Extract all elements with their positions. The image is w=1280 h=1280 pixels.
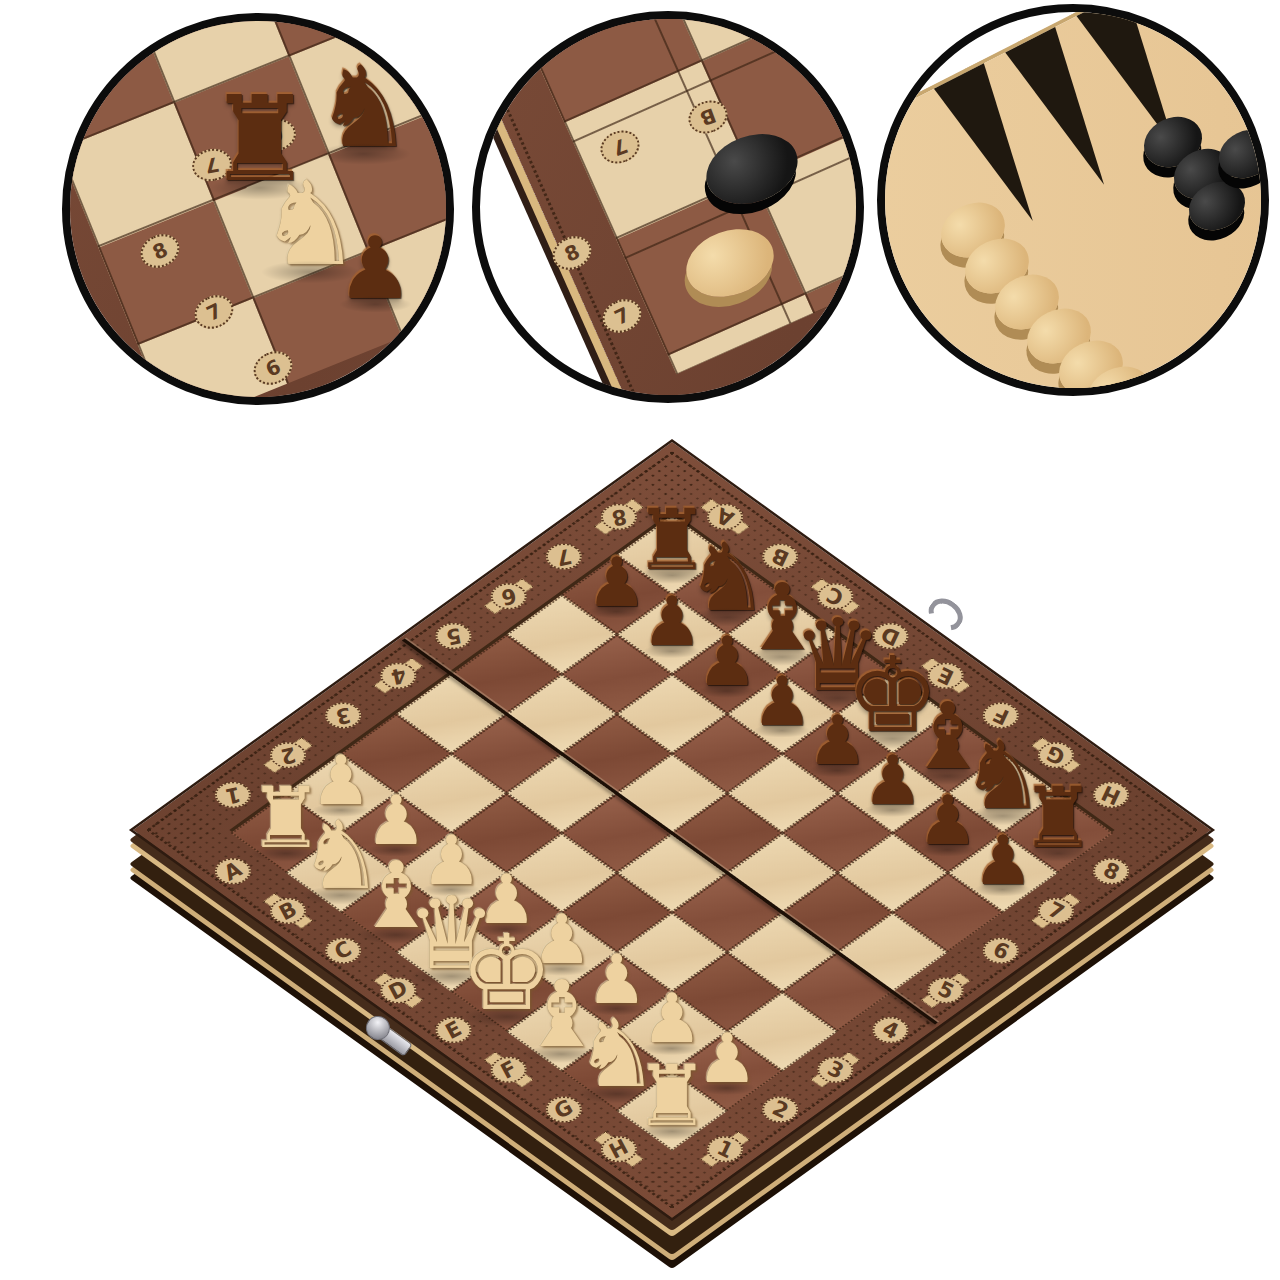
- inset-dark-chess-piece: ♞: [314, 51, 414, 163]
- inset-backgammon: [877, 4, 1269, 396]
- product-photo: 67876♜♞♞♟ B787: [0, 0, 1280, 1280]
- black-pawn-h7[interactable]: ♟: [972, 827, 1033, 895]
- black-pawn-d7[interactable]: ♟: [752, 668, 813, 736]
- black-pawn-c7[interactable]: ♟: [697, 628, 758, 696]
- inset-checkers: B787: [472, 11, 864, 403]
- inset-chess: 67876♜♞♞♟: [62, 13, 454, 405]
- inset-checkers-board: [472, 11, 864, 403]
- inset-checkers-squares: [472, 11, 864, 374]
- white-rook-h1[interactable]: ♜: [634, 1054, 709, 1138]
- inset-dark-chess-piece: ♟: [336, 225, 413, 311]
- black-pawn-b7[interactable]: ♟: [642, 588, 703, 656]
- black-pawn-f7[interactable]: ♟: [862, 747, 923, 815]
- black-pawn-g7[interactable]: ♟: [917, 787, 978, 855]
- black-pawn-e7[interactable]: ♟: [807, 707, 868, 775]
- board-frame-face: ♜♞♝♛♚♝♞♜♟♟♟♟♟♟♟♟♟♟♟♟♟♟♟♟♜♞♝♛♚♝♞♜ 8765432…: [129, 439, 1215, 1221]
- backgammon-point: [1219, 4, 1269, 88]
- board-grid: ♜♞♝♛♚♝♞♜♟♟♟♟♟♟♟♟♟♟♟♟♟♟♟♟♜♞♝♛♚♝♞♜: [235, 515, 1109, 1144]
- black-pawn-a7[interactable]: ♟: [586, 549, 647, 617]
